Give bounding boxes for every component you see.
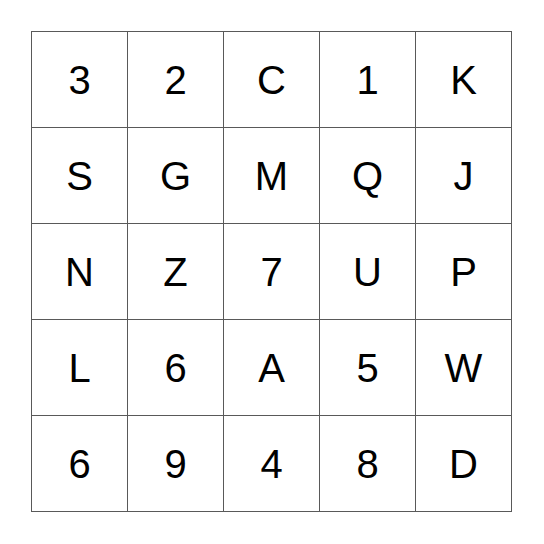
grid-cell[interactable]: M xyxy=(224,128,319,223)
grid-cell[interactable]: 5 xyxy=(320,320,415,415)
grid-cell[interactable]: D xyxy=(416,416,511,511)
grid-cell[interactable]: 8 xyxy=(320,416,415,511)
grid-cell[interactable]: Z xyxy=(128,224,223,319)
grid-cell[interactable]: 6 xyxy=(128,320,223,415)
bingo-board: 32C1KSGMQJNZ7UPL6A5W6948D xyxy=(31,31,512,512)
grid-cell[interactable]: U xyxy=(320,224,415,319)
grid-cell[interactable]: 2 xyxy=(128,32,223,127)
grid-cell[interactable]: C xyxy=(224,32,319,127)
grid-cell[interactable]: S xyxy=(32,128,127,223)
grid-cell[interactable]: G xyxy=(128,128,223,223)
grid-cell[interactable]: 3 xyxy=(32,32,127,127)
grid-cell[interactable]: W xyxy=(416,320,511,415)
grid-cell[interactable]: 9 xyxy=(128,416,223,511)
grid-cell[interactable]: A xyxy=(224,320,319,415)
grid-cell[interactable]: N xyxy=(32,224,127,319)
grid-cell[interactable]: P xyxy=(416,224,511,319)
grid-cell[interactable]: L xyxy=(32,320,127,415)
grid-cell[interactable]: Q xyxy=(320,128,415,223)
grid-cell[interactable]: 6 xyxy=(32,416,127,511)
grid-cell[interactable]: K xyxy=(416,32,511,127)
grid-cell[interactable]: 4 xyxy=(224,416,319,511)
grid-cell[interactable]: 7 xyxy=(224,224,319,319)
grid-cell[interactable]: J xyxy=(416,128,511,223)
grid-cell[interactable]: 1 xyxy=(320,32,415,127)
